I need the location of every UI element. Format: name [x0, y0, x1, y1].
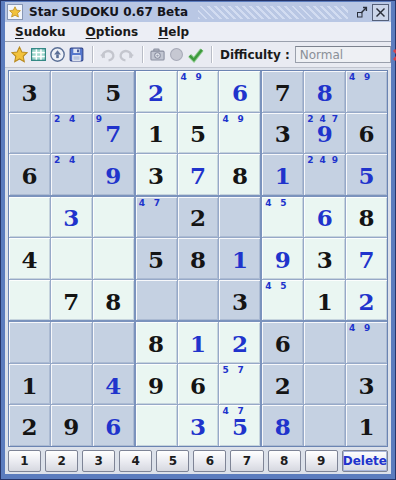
board-area: 3524976249249615493787849324796124953478…	[5, 68, 391, 474]
given-digit: 3	[232, 290, 248, 313]
box-9: 6492381	[262, 322, 387, 446]
pencil-marks: 47	[139, 198, 176, 208]
cell-r2c5[interactable]: 5	[178, 113, 219, 154]
cell-r2c3[interactable]: 97	[93, 113, 134, 154]
camera-icon[interactable]	[149, 45, 166, 64]
app-window: Star SUDOKU 0.67 Beta SudokuOptionsHelp	[0, 0, 396, 480]
check-icon[interactable]	[187, 45, 204, 64]
menu-options[interactable]: Options	[80, 24, 145, 40]
box-5: 4725813	[136, 197, 261, 321]
cell-r5c9[interactable]: 7	[346, 238, 387, 279]
cell-r1c9[interactable]: 49	[346, 71, 387, 112]
menu-help[interactable]: Help	[152, 24, 195, 40]
user-digit: 1	[275, 164, 291, 187]
user-digit: 9	[317, 122, 333, 145]
pencil-marks: 249	[307, 155, 344, 165]
cell-r5c6[interactable]: 1	[219, 238, 260, 279]
cell-r8c4[interactable]: 9	[136, 364, 177, 405]
given-digit: 1	[21, 374, 37, 397]
user-digit: 8	[275, 415, 291, 438]
cell-r5c8[interactable]: 3	[304, 238, 345, 279]
num-button-9[interactable]: 9	[305, 450, 338, 472]
cell-r5c7[interactable]: 9	[262, 238, 303, 279]
new-grid-icon[interactable]	[30, 45, 47, 64]
toolbar-separator	[92, 46, 94, 63]
cell-r8c8[interactable]	[304, 364, 345, 405]
pencil-marks: 247	[307, 114, 344, 124]
cell-r6c1[interactable]	[9, 280, 50, 321]
cell-r6c2[interactable]: 7	[51, 280, 92, 321]
cell-r3c1[interactable]: 6	[9, 154, 50, 195]
sudoku-board: 3524976249249615493787849324796124953478…	[8, 70, 388, 447]
title-bar[interactable]: Star SUDOKU 0.67 Beta	[5, 2, 391, 22]
cell-r3c6[interactable]: 8	[219, 154, 260, 195]
box-7: 14296	[9, 322, 134, 446]
pencil-marks: 45	[265, 198, 302, 208]
given-digit: 8	[190, 248, 206, 271]
user-digit: 6	[232, 81, 248, 104]
user-digit: 3	[63, 206, 79, 229]
cell-r3c9[interactable]: 5	[346, 154, 387, 195]
cell-r5c2[interactable]	[51, 238, 92, 279]
cell-r7c4[interactable]: 8	[136, 322, 177, 363]
cell-r4c2[interactable]: 3	[51, 197, 92, 238]
cell-r4c7[interactable]: 45	[262, 197, 303, 238]
cell-r9c3[interactable]: 6	[93, 405, 134, 446]
cell-r1c1[interactable]: 3	[9, 71, 50, 112]
cell-r8c7[interactable]: 2	[262, 364, 303, 405]
cell-r7c1[interactable]	[9, 322, 50, 363]
cell-r2c8[interactable]: 2479	[304, 113, 345, 154]
toolbar-separator	[142, 46, 144, 63]
cell-r6c9[interactable]: 2	[346, 280, 387, 321]
cell-r7c8[interactable]	[304, 322, 345, 363]
user-digit: 1	[232, 248, 248, 271]
num-button-5[interactable]: 5	[156, 450, 189, 472]
box-2: 24961549378	[136, 71, 261, 195]
difficulty-label: Difficulty :	[220, 48, 290, 62]
user-digit: 7	[190, 164, 206, 187]
given-digit: 7	[275, 81, 291, 104]
given-digit: 1	[148, 122, 164, 145]
cell-r6c3[interactable]: 8	[93, 280, 134, 321]
toolbar: Difficulty :	[5, 42, 391, 68]
pencil-marks: 47	[222, 406, 259, 416]
cell-r9c2[interactable]: 9	[51, 405, 92, 446]
cell-r7c3[interactable]	[93, 322, 134, 363]
given-digit: 2	[190, 206, 206, 229]
toolbar-separator	[211, 46, 213, 63]
user-digit: 5	[359, 164, 375, 187]
given-digit: 3	[148, 164, 164, 187]
cell-r7c9[interactable]: 49	[346, 322, 387, 363]
user-digit: 2	[148, 81, 164, 104]
given-digit: 1	[359, 415, 375, 438]
cell-r7c7[interactable]: 6	[262, 322, 303, 363]
cell-r1c6[interactable]: 6	[219, 71, 260, 112]
user-digit: 9	[105, 164, 121, 187]
redo-icon	[118, 45, 135, 64]
box-8: 81296573475	[136, 322, 261, 446]
cell-r3c3[interactable]: 9	[93, 154, 134, 195]
num-button-6[interactable]: 6	[193, 450, 226, 472]
given-digit: 9	[63, 415, 79, 438]
cell-r1c3[interactable]: 5	[93, 71, 134, 112]
cell-r1c2[interactable]	[51, 71, 92, 112]
cell-r3c8[interactable]: 249	[304, 154, 345, 195]
cell-r5c3[interactable]	[93, 238, 134, 279]
box-4: 3478	[9, 197, 134, 321]
given-digit: 6	[359, 122, 375, 145]
pencil-marks: 49	[349, 323, 386, 333]
cell-r6c4[interactable]	[136, 280, 177, 321]
pencil-marks: 57	[222, 365, 259, 375]
given-digit: 8	[359, 206, 375, 229]
user-digit: 6	[317, 206, 333, 229]
cell-r8c9[interactable]: 3	[346, 364, 387, 405]
given-digit: 3	[317, 248, 333, 271]
user-digit: 6	[105, 415, 121, 438]
num-button-8[interactable]: 8	[268, 450, 301, 472]
user-digit: 2	[359, 290, 375, 313]
given-digit: 1	[317, 290, 333, 313]
box-1: 3524976249	[9, 71, 134, 195]
cell-r5c1[interactable]: 4	[9, 238, 50, 279]
cell-r9c5[interactable]: 3	[178, 405, 219, 446]
user-digit: 9	[275, 248, 291, 271]
given-digit: 6	[275, 332, 291, 355]
cell-r9c8[interactable]	[304, 405, 345, 446]
cell-r6c7[interactable]: 45	[262, 280, 303, 321]
given-digit: 8	[148, 332, 164, 355]
given-digit: 9	[148, 374, 164, 397]
given-digit: 5	[105, 81, 121, 104]
box-6: 45689374512	[262, 197, 387, 321]
cell-r3c4[interactable]: 3	[136, 154, 177, 195]
pencil-marks: 9	[96, 114, 133, 124]
given-digit: 5	[148, 248, 164, 271]
cell-r5c4[interactable]: 5	[136, 238, 177, 279]
numpad: 123456789Delete	[8, 450, 388, 472]
cell-r6c8[interactable]: 1	[304, 280, 345, 321]
num-button-7[interactable]: 7	[230, 450, 263, 472]
given-digit: 5	[190, 122, 206, 145]
cell-r8c3[interactable]: 4	[93, 364, 134, 405]
pencil-marks: 49	[222, 114, 259, 124]
cell-r9c1[interactable]: 2	[9, 405, 50, 446]
num-button-3[interactable]: 3	[82, 450, 115, 472]
cell-r6c6[interactable]: 3	[219, 280, 260, 321]
cell-r2c2[interactable]: 24	[51, 113, 92, 154]
window-title: Star SUDOKU 0.67 Beta	[29, 5, 188, 19]
close-button[interactable]	[372, 4, 389, 21]
pencil-marks: 24	[54, 155, 91, 165]
pencil-marks: 24	[54, 114, 91, 124]
exit-icon[interactable]	[391, 45, 396, 64]
cell-r8c6[interactable]: 57	[219, 364, 260, 405]
undo-icon	[99, 45, 116, 64]
cell-r4c5[interactable]: 2	[178, 197, 219, 238]
given-digit: 2	[21, 415, 37, 438]
cell-r7c6[interactable]: 2	[219, 322, 260, 363]
import-icon[interactable]	[49, 45, 66, 64]
num-button-1[interactable]: 1	[8, 450, 41, 472]
cell-r1c8[interactable]: 8	[304, 71, 345, 112]
user-digit: 2	[232, 332, 248, 355]
cell-r2c4[interactable]: 1	[136, 113, 177, 154]
box-3: 784932479612495	[262, 71, 387, 195]
given-digit: 8	[105, 290, 121, 313]
num-button-4[interactable]: 4	[119, 450, 152, 472]
cell-r4c9[interactable]: 8	[346, 197, 387, 238]
user-digit: 7	[105, 122, 121, 145]
cell-r6c5[interactable]	[178, 280, 219, 321]
user-digit: 7	[359, 248, 375, 271]
user-digit: 5	[232, 415, 248, 438]
cell-r7c2[interactable]	[51, 322, 92, 363]
cell-r4c3[interactable]	[93, 197, 134, 238]
user-digit: 3	[190, 415, 206, 438]
given-digit: 6	[190, 374, 206, 397]
difficulty-field[interactable]	[295, 46, 391, 63]
user-digit: 1	[190, 332, 206, 355]
cell-r2c1[interactable]	[9, 113, 50, 154]
cell-r8c1[interactable]: 1	[9, 364, 50, 405]
cell-r4c8[interactable]: 6	[304, 197, 345, 238]
pencil-marks: 49	[349, 72, 386, 82]
given-digit: 3	[275, 122, 291, 145]
user-digit: 4	[105, 374, 121, 397]
given-digit: 2	[275, 374, 291, 397]
cell-r1c5[interactable]: 49	[178, 71, 219, 112]
given-digit: 3	[359, 374, 375, 397]
cell-r1c7[interactable]: 7	[262, 71, 303, 112]
cell-r1c4[interactable]: 2	[136, 71, 177, 112]
cell-r3c5[interactable]: 7	[178, 154, 219, 195]
cell-r8c2[interactable]	[51, 364, 92, 405]
given-digit: 3	[21, 81, 37, 104]
hint-icon	[168, 45, 185, 64]
cell-r9c4[interactable]	[136, 405, 177, 446]
save-icon[interactable]	[68, 45, 85, 64]
pencil-marks: 49	[181, 72, 218, 82]
cell-r9c9[interactable]: 1	[346, 405, 387, 446]
cell-r3c7[interactable]: 1	[262, 154, 303, 195]
cell-r2c7[interactable]: 3	[262, 113, 303, 154]
star-icon[interactable]	[11, 45, 28, 64]
titlebar-texture	[198, 6, 348, 19]
cell-r2c6[interactable]: 49	[219, 113, 260, 154]
given-digit: 8	[232, 164, 248, 187]
menu-bar: SudokuOptionsHelp	[5, 22, 391, 42]
cell-r5c5[interactable]: 8	[178, 238, 219, 279]
cell-r2c9[interactable]: 6	[346, 113, 387, 154]
delete-button[interactable]: Delete	[342, 450, 388, 472]
cell-r9c6[interactable]: 475	[219, 405, 260, 446]
cell-r7c5[interactable]: 1	[178, 322, 219, 363]
app-star-icon	[7, 4, 23, 20]
pencil-marks: 45	[265, 281, 302, 291]
cell-r4c6[interactable]	[219, 197, 260, 238]
cell-r4c4[interactable]: 47	[136, 197, 177, 238]
cell-r4c1[interactable]	[9, 197, 50, 238]
menu-sudoku[interactable]: Sudoku	[9, 24, 72, 40]
given-digit: 4	[21, 248, 37, 271]
given-digit: 7	[63, 290, 79, 313]
maximize-button[interactable]	[355, 5, 369, 19]
user-digit: 8	[317, 81, 333, 104]
cell-r8c5[interactable]: 6	[178, 364, 219, 405]
cell-r3c2[interactable]: 24	[51, 154, 92, 195]
cell-r9c7[interactable]: 8	[262, 405, 303, 446]
given-digit: 6	[21, 164, 37, 187]
num-button-2[interactable]: 2	[45, 450, 78, 472]
